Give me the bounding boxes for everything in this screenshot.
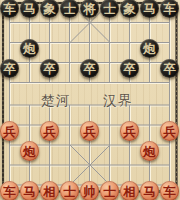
point-b9[interactable]: 马 xyxy=(20,0,40,13)
point-f0[interactable]: 士 xyxy=(100,175,120,195)
piece-red-elephant[interactable]: 相 xyxy=(40,181,60,200)
piece-glyph: 兵 xyxy=(3,125,16,138)
piece-glyph: 相 xyxy=(43,185,56,198)
piece-glyph: 象 xyxy=(43,3,56,16)
piece-red-soldier[interactable]: 兵 xyxy=(120,121,140,141)
point-f9[interactable]: 士 xyxy=(100,0,120,13)
point-d5[interactable] xyxy=(60,73,80,93)
piece-black-elephant[interactable]: 象 xyxy=(40,0,60,18)
point-f2[interactable] xyxy=(100,135,120,155)
piece-glyph: 马 xyxy=(23,185,36,198)
point-i0[interactable]: 车 xyxy=(160,175,180,195)
point-a9[interactable]: 车 xyxy=(0,0,20,13)
point-f5[interactable] xyxy=(100,73,120,93)
point-e1[interactable] xyxy=(80,155,100,175)
point-a7[interactable] xyxy=(0,33,20,53)
piece-black-elephant[interactable]: 象 xyxy=(120,0,140,18)
piece-glyph: 兵 xyxy=(43,125,56,138)
point-a6[interactable]: 卒 xyxy=(0,53,20,73)
piece-black-soldier[interactable]: 卒 xyxy=(40,59,60,79)
piece-glyph: 车 xyxy=(3,3,16,16)
point-d3[interactable] xyxy=(60,115,80,135)
piece-glyph: 兵 xyxy=(163,125,176,138)
point-e6[interactable]: 卒 xyxy=(80,53,100,73)
point-d9[interactable]: 士 xyxy=(60,0,80,13)
piece-glyph: 炮 xyxy=(143,145,156,158)
point-e0[interactable]: 帅 xyxy=(80,175,100,195)
point-g6[interactable]: 卒 xyxy=(120,53,140,73)
point-d6[interactable] xyxy=(60,53,80,73)
piece-glyph: 士 xyxy=(63,185,76,198)
piece-red-elephant[interactable]: 相 xyxy=(120,181,140,200)
point-h4[interactable] xyxy=(140,95,160,115)
piece-red-general[interactable]: 帅 xyxy=(80,181,100,200)
point-i7[interactable] xyxy=(160,33,180,53)
piece-glyph: 士 xyxy=(63,3,76,16)
piece-black-soldier[interactable]: 卒 xyxy=(160,59,180,79)
piece-glyph: 炮 xyxy=(143,43,156,56)
point-e4[interactable] xyxy=(80,95,100,115)
point-e3[interactable]: 兵 xyxy=(80,115,100,135)
point-h2[interactable]: 炮 xyxy=(140,135,160,155)
piece-glyph: 将 xyxy=(83,3,96,16)
point-f4[interactable] xyxy=(100,95,120,115)
piece-black-general[interactable]: 将 xyxy=(80,0,100,18)
piece-black-chariot[interactable]: 车 xyxy=(0,0,19,18)
piece-black-horse[interactable]: 马 xyxy=(20,0,40,18)
piece-glyph: 卒 xyxy=(83,63,96,76)
piece-glyph: 卒 xyxy=(163,63,176,76)
piece-black-soldier[interactable]: 卒 xyxy=(80,59,100,79)
point-d2[interactable] xyxy=(60,135,80,155)
point-g4[interactable] xyxy=(120,95,140,115)
xiangqi-app: 楚河 汉界 车马象士将士象马车炮炮卒卒卒卒卒兵兵兵兵兵炮炮车马相士帅士相马车 xyxy=(0,0,180,200)
piece-black-cannon[interactable]: 炮 xyxy=(140,39,160,59)
point-c1[interactable] xyxy=(40,155,60,175)
piece-glyph: 马 xyxy=(23,3,36,16)
piece-red-advisor[interactable]: 士 xyxy=(60,181,80,200)
piece-glyph: 士 xyxy=(103,185,116,198)
piece-glyph: 车 xyxy=(163,3,176,16)
point-a1[interactable] xyxy=(0,155,20,175)
point-b5[interactable] xyxy=(20,73,40,93)
point-h9[interactable]: 马 xyxy=(140,0,160,13)
point-e9[interactable]: 将 xyxy=(80,0,100,13)
xiangqi-board: 楚河 汉界 车马象士将士象马车炮炮卒卒卒卒卒兵兵兵兵兵炮炮车马相士帅士相马车 xyxy=(0,0,180,200)
piece-black-advisor[interactable]: 士 xyxy=(60,0,80,18)
point-c6[interactable]: 卒 xyxy=(40,53,60,73)
point-a3[interactable]: 兵 xyxy=(0,115,20,135)
point-h5[interactable] xyxy=(140,73,160,93)
point-i3[interactable]: 兵 xyxy=(160,115,180,135)
piece-glyph: 马 xyxy=(143,185,156,198)
piece-black-advisor[interactable]: 士 xyxy=(100,0,120,18)
point-i4[interactable] xyxy=(160,95,180,115)
piece-glyph: 卒 xyxy=(123,63,136,76)
piece-black-chariot[interactable]: 车 xyxy=(160,0,180,18)
point-d1[interactable] xyxy=(60,155,80,175)
piece-glyph: 象 xyxy=(123,3,136,16)
point-g1[interactable] xyxy=(120,155,140,175)
piece-glyph: 马 xyxy=(143,3,156,16)
piece-red-cannon[interactable]: 炮 xyxy=(140,141,160,161)
point-g7[interactable] xyxy=(120,33,140,53)
piece-black-soldier[interactable]: 卒 xyxy=(0,59,19,79)
point-h3[interactable] xyxy=(140,115,160,135)
point-b0[interactable]: 马 xyxy=(20,175,40,195)
piece-glyph: 卒 xyxy=(43,63,56,76)
piece-red-cannon[interactable]: 炮 xyxy=(20,141,40,161)
point-c3[interactable]: 兵 xyxy=(40,115,60,135)
piece-black-soldier[interactable]: 卒 xyxy=(120,59,140,79)
piece-glyph: 兵 xyxy=(83,125,96,138)
point-e7[interactable] xyxy=(80,33,100,53)
piece-glyph: 炮 xyxy=(23,145,36,158)
piece-glyph: 车 xyxy=(3,185,16,198)
point-f6[interactable] xyxy=(100,53,120,73)
point-c9[interactable]: 象 xyxy=(40,0,60,13)
point-f7[interactable] xyxy=(100,33,120,53)
point-c4[interactable] xyxy=(40,95,60,115)
piece-red-chariot[interactable]: 车 xyxy=(160,181,180,200)
point-b7[interactable]: 炮 xyxy=(20,33,40,53)
piece-glyph: 车 xyxy=(163,185,176,198)
board-points: 车马象士将士象马车炮炮卒卒卒卒卒兵兵兵兵兵炮炮车马相士帅士相马车 xyxy=(0,0,180,195)
piece-red-soldier[interactable]: 兵 xyxy=(80,121,100,141)
point-i6[interactable]: 卒 xyxy=(160,53,180,73)
piece-red-horse[interactable]: 马 xyxy=(140,181,160,200)
piece-glyph: 相 xyxy=(123,185,136,198)
piece-red-soldier[interactable]: 兵 xyxy=(160,121,180,141)
piece-black-horse[interactable]: 马 xyxy=(140,0,160,18)
point-h0[interactable]: 马 xyxy=(140,175,160,195)
point-i1[interactable] xyxy=(160,155,180,175)
point-d7[interactable] xyxy=(60,33,80,53)
point-f1[interactable] xyxy=(100,155,120,175)
point-a4[interactable] xyxy=(0,95,20,115)
piece-red-advisor[interactable]: 士 xyxy=(100,181,120,200)
point-g3[interactable]: 兵 xyxy=(120,115,140,135)
point-h7[interactable]: 炮 xyxy=(140,33,160,53)
piece-black-cannon[interactable]: 炮 xyxy=(20,39,40,59)
point-b4[interactable] xyxy=(20,95,40,115)
point-d0[interactable]: 士 xyxy=(60,175,80,195)
point-g9[interactable]: 象 xyxy=(120,0,140,13)
piece-red-horse[interactable]: 马 xyxy=(20,181,40,200)
piece-glyph: 卒 xyxy=(3,63,16,76)
piece-glyph: 兵 xyxy=(123,125,136,138)
point-c0[interactable]: 相 xyxy=(40,175,60,195)
point-a0[interactable]: 车 xyxy=(0,175,20,195)
piece-red-soldier[interactable]: 兵 xyxy=(0,121,19,141)
point-b3[interactable] xyxy=(20,115,40,135)
piece-red-chariot[interactable]: 车 xyxy=(0,181,19,200)
point-b2[interactable]: 炮 xyxy=(20,135,40,155)
piece-glyph: 帅 xyxy=(83,185,96,198)
point-c7[interactable] xyxy=(40,33,60,53)
point-f3[interactable] xyxy=(100,115,120,135)
piece-glyph: 士 xyxy=(103,3,116,16)
piece-red-soldier[interactable]: 兵 xyxy=(40,121,60,141)
point-i9[interactable]: 车 xyxy=(160,0,180,13)
point-d4[interactable] xyxy=(60,95,80,115)
point-g0[interactable]: 相 xyxy=(120,175,140,195)
piece-glyph: 炮 xyxy=(23,43,36,56)
